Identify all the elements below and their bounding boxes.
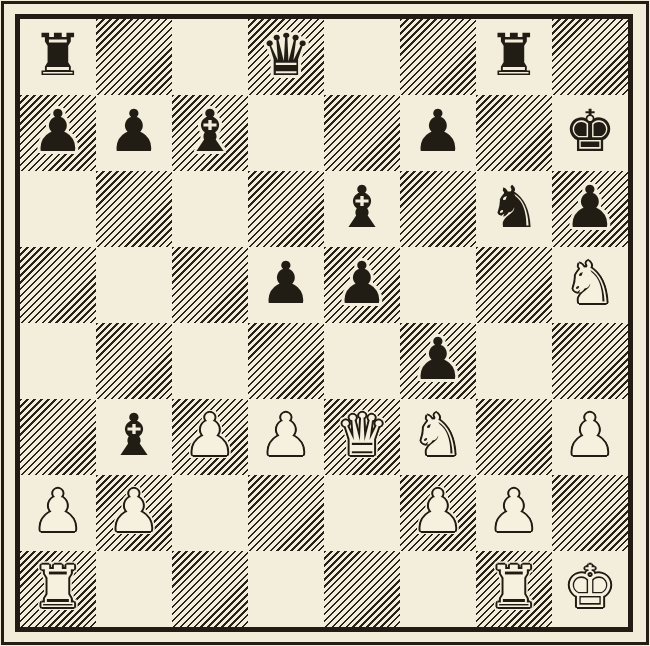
square-f7[interactable]: ♟ bbox=[400, 95, 476, 171]
square-a6[interactable] bbox=[20, 171, 96, 247]
square-e1[interactable] bbox=[324, 551, 400, 627]
square-b4[interactable] bbox=[96, 323, 172, 399]
square-d6[interactable] bbox=[248, 171, 324, 247]
piece-black-pawn: ♟ bbox=[336, 254, 388, 312]
square-a3[interactable] bbox=[20, 399, 96, 475]
square-f8[interactable] bbox=[400, 19, 476, 95]
square-d8[interactable]: ♛ bbox=[248, 19, 324, 95]
square-c6[interactable] bbox=[172, 171, 248, 247]
piece-black-bishop: ♝ bbox=[184, 102, 236, 160]
square-g4[interactable] bbox=[476, 323, 552, 399]
square-b6[interactable] bbox=[96, 171, 172, 247]
square-g3[interactable] bbox=[476, 399, 552, 475]
square-e8[interactable] bbox=[324, 19, 400, 95]
piece-white-queen: ♛ bbox=[336, 406, 388, 464]
square-f1[interactable] bbox=[400, 551, 476, 627]
piece-white-rook: ♜ bbox=[488, 558, 540, 616]
piece-white-pawn: ♟ bbox=[488, 482, 540, 540]
square-g8[interactable]: ♜ bbox=[476, 19, 552, 95]
square-a4[interactable] bbox=[20, 323, 96, 399]
piece-black-rook: ♜ bbox=[32, 26, 84, 84]
piece-white-rook: ♜ bbox=[32, 558, 84, 616]
square-g5[interactable] bbox=[476, 247, 552, 323]
square-g7[interactable] bbox=[476, 95, 552, 171]
square-g6[interactable]: ♞ bbox=[476, 171, 552, 247]
square-h4[interactable] bbox=[552, 323, 628, 399]
square-b7[interactable]: ♟ bbox=[96, 95, 172, 171]
square-c8[interactable] bbox=[172, 19, 248, 95]
square-a7[interactable]: ♟ bbox=[20, 95, 96, 171]
piece-black-pawn: ♟ bbox=[260, 254, 312, 312]
piece-black-queen: ♛ bbox=[260, 26, 312, 84]
square-g1[interactable]: ♜ bbox=[476, 551, 552, 627]
square-f5[interactable] bbox=[400, 247, 476, 323]
piece-black-bishop: ♝ bbox=[108, 406, 160, 464]
square-b1[interactable] bbox=[96, 551, 172, 627]
piece-black-rook: ♜ bbox=[488, 26, 540, 84]
square-h1[interactable]: ♚ bbox=[552, 551, 628, 627]
square-e7[interactable] bbox=[324, 95, 400, 171]
square-c4[interactable] bbox=[172, 323, 248, 399]
square-d1[interactable] bbox=[248, 551, 324, 627]
piece-white-king: ♚ bbox=[564, 558, 616, 616]
square-d3[interactable]: ♟ bbox=[248, 399, 324, 475]
piece-white-pawn: ♟ bbox=[260, 406, 312, 464]
square-b2[interactable]: ♟ bbox=[96, 475, 172, 551]
piece-white-knight: ♞ bbox=[412, 406, 464, 464]
square-f4[interactable]: ♟ bbox=[400, 323, 476, 399]
book-page: { "game": "chess", "position": "r2q2r1/p… bbox=[0, 0, 650, 646]
square-b3[interactable]: ♝ bbox=[96, 399, 172, 475]
piece-white-pawn: ♟ bbox=[32, 482, 84, 540]
square-b8[interactable] bbox=[96, 19, 172, 95]
square-c7[interactable]: ♝ bbox=[172, 95, 248, 171]
square-h6[interactable]: ♟ bbox=[552, 171, 628, 247]
square-d5[interactable]: ♟ bbox=[248, 247, 324, 323]
square-h3[interactable]: ♟ bbox=[552, 399, 628, 475]
square-d2[interactable] bbox=[248, 475, 324, 551]
square-c5[interactable] bbox=[172, 247, 248, 323]
piece-white-pawn: ♟ bbox=[108, 482, 160, 540]
square-a5[interactable] bbox=[20, 247, 96, 323]
square-d4[interactable] bbox=[248, 323, 324, 399]
square-c2[interactable] bbox=[172, 475, 248, 551]
chessboard-frame: ♜♛♜♟♟♝♟♚♝♞♟♟♟♞♟♝♟♟♛♞♟♟♟♟♟♜♜♚ bbox=[15, 14, 633, 632]
piece-black-knight: ♞ bbox=[488, 178, 540, 236]
piece-black-pawn: ♟ bbox=[108, 102, 160, 160]
piece-black-pawn: ♟ bbox=[412, 330, 464, 388]
square-h2[interactable] bbox=[552, 475, 628, 551]
square-e4[interactable] bbox=[324, 323, 400, 399]
square-e5[interactable]: ♟ bbox=[324, 247, 400, 323]
piece-white-knight: ♞ bbox=[564, 254, 616, 312]
square-e2[interactable] bbox=[324, 475, 400, 551]
square-f3[interactable]: ♞ bbox=[400, 399, 476, 475]
square-c3[interactable]: ♟ bbox=[172, 399, 248, 475]
piece-white-pawn: ♟ bbox=[184, 406, 236, 464]
piece-black-bishop: ♝ bbox=[336, 178, 388, 236]
square-f2[interactable]: ♟ bbox=[400, 475, 476, 551]
piece-black-pawn: ♟ bbox=[32, 102, 84, 160]
square-h5[interactable]: ♞ bbox=[552, 247, 628, 323]
piece-black-pawn: ♟ bbox=[564, 178, 616, 236]
chessboard: ♜♛♜♟♟♝♟♚♝♞♟♟♟♞♟♝♟♟♛♞♟♟♟♟♟♜♜♚ bbox=[20, 19, 628, 627]
piece-white-pawn: ♟ bbox=[564, 406, 616, 464]
piece-black-king: ♚ bbox=[564, 102, 616, 160]
piece-black-pawn: ♟ bbox=[412, 102, 464, 160]
square-a2[interactable]: ♟ bbox=[20, 475, 96, 551]
square-b5[interactable] bbox=[96, 247, 172, 323]
square-h7[interactable]: ♚ bbox=[552, 95, 628, 171]
square-e6[interactable]: ♝ bbox=[324, 171, 400, 247]
square-c1[interactable] bbox=[172, 551, 248, 627]
piece-white-pawn: ♟ bbox=[412, 482, 464, 540]
square-d7[interactable] bbox=[248, 95, 324, 171]
square-a8[interactable]: ♜ bbox=[20, 19, 96, 95]
square-f6[interactable] bbox=[400, 171, 476, 247]
square-h8[interactable] bbox=[552, 19, 628, 95]
square-a1[interactable]: ♜ bbox=[20, 551, 96, 627]
square-g2[interactable]: ♟ bbox=[476, 475, 552, 551]
square-e3[interactable]: ♛ bbox=[324, 399, 400, 475]
